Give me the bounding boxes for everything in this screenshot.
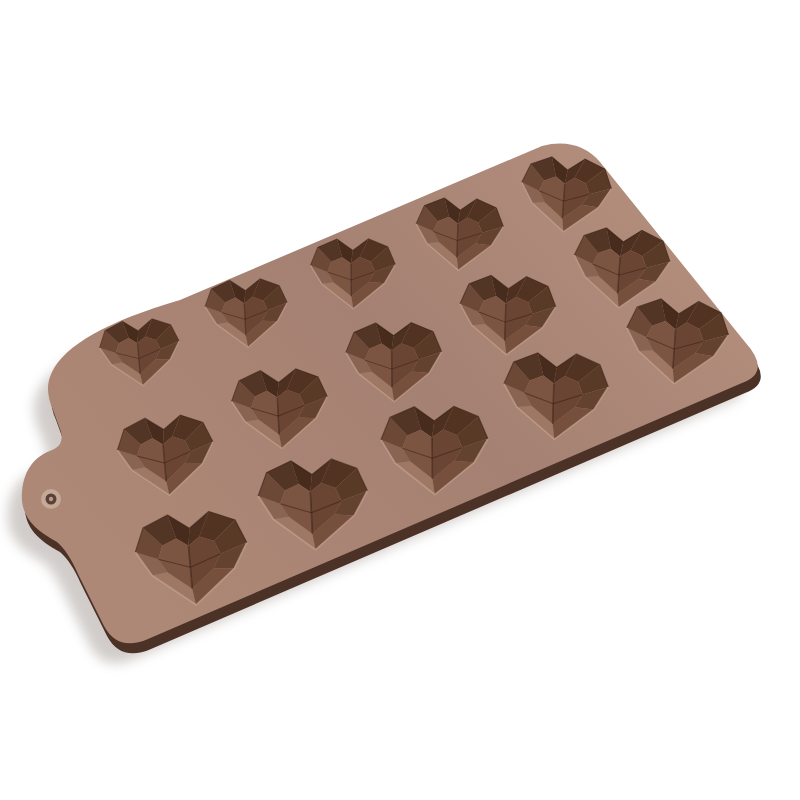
tab-hole-center xyxy=(49,497,53,501)
product-photo xyxy=(0,0,800,800)
chocolate-mold-illustration xyxy=(0,0,800,800)
